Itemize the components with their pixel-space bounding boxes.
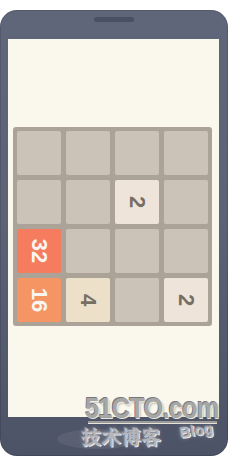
tile-value: 2 — [126, 196, 148, 208]
tile-32: 32 — [17, 229, 61, 273]
tile-value: 2 — [175, 294, 197, 306]
empty-cell — [66, 229, 110, 273]
empty-cell — [164, 180, 208, 224]
empty-cell — [115, 131, 159, 175]
empty-cell — [115, 229, 159, 273]
board[interactable]: 2321642 — [13, 127, 212, 326]
phone-frame: 2321642 — [0, 10, 228, 456]
empty-cell — [17, 131, 61, 175]
tile-2: 2 — [115, 180, 159, 224]
tile-value: 32 — [28, 239, 50, 263]
empty-cell — [66, 131, 110, 175]
tile-4: 4 — [66, 278, 110, 322]
screen: 2321642 — [8, 39, 219, 417]
tile-2: 2 — [164, 278, 208, 322]
empty-cell — [66, 180, 110, 224]
empty-cell — [115, 278, 159, 322]
page: { "game": "2048", "position": { "rows": … — [0, 0, 228, 462]
empty-cell — [17, 180, 61, 224]
speaker-grill — [94, 17, 134, 22]
home-button — [57, 429, 139, 449]
tile-value: 16 — [28, 288, 50, 312]
empty-cell — [164, 229, 208, 273]
tile-value: 4 — [77, 294, 99, 306]
tile-16: 16 — [17, 278, 61, 322]
empty-cell — [164, 131, 208, 175]
